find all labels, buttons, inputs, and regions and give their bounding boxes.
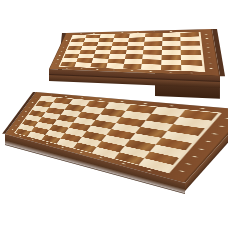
coordinate-dot: [25, 111, 27, 112]
coordinate-dot: [32, 139, 34, 140]
coordinate-dot: [192, 156, 198, 158]
coordinate-dot: [200, 108, 206, 109]
coordinate-dot: [120, 101, 124, 102]
coordinate-dot: [59, 55, 61, 56]
coordinate-dot: [107, 33, 109, 34]
coordinate-dot: [207, 52, 210, 53]
back-board-face: [49, 29, 220, 76]
coordinate-dot: [64, 44, 66, 45]
coordinate-dot: [205, 38, 208, 39]
coordinate-dot: [169, 72, 172, 73]
coordinate-dot: [179, 170, 185, 172]
coordinate-dot: [121, 32, 123, 33]
coordinate-dot: [35, 98, 37, 99]
coordinate-dot: [28, 107, 30, 108]
coordinate-dot: [80, 68, 82, 69]
coordinate-dot: [81, 97, 84, 98]
coordinate-dot: [57, 59, 59, 60]
coordinate-dot: [32, 102, 34, 103]
coordinate-dot: [93, 33, 95, 34]
coordinate-dot: [149, 71, 152, 72]
coordinate-dot: [209, 68, 212, 69]
coordinate-dot: [62, 147, 65, 148]
coordinate-dot: [64, 96, 67, 97]
coordinate-dot: [212, 133, 218, 135]
coordinate-dot: [208, 57, 211, 58]
coordinate-dot: [62, 48, 64, 49]
coordinate-dot: [99, 99, 102, 100]
coordinate-dot: [80, 33, 82, 34]
coordinate-dot: [190, 73, 193, 74]
coordinate-dot: [207, 47, 210, 48]
coordinate-dot: [205, 141, 211, 143]
coordinate-dot: [170, 105, 175, 106]
back-board-coordinate-dots: [49, 29, 220, 76]
coordinate-dot: [206, 43, 209, 44]
coordinate-dot: [205, 34, 208, 35]
coordinate-dot: [122, 163, 126, 165]
coordinate-dot: [12, 129, 14, 130]
coordinate-dot: [130, 70, 133, 71]
coordinate-dot: [15, 125, 17, 126]
coordinate-dot: [153, 32, 155, 33]
coordinate-dot: [66, 40, 68, 41]
coordinate-dot: [199, 148, 205, 150]
coordinate-dot: [55, 64, 57, 65]
product-photo-scene: [0, 0, 228, 228]
coordinate-dot: [209, 63, 212, 64]
coordinate-dot: [170, 31, 172, 32]
coordinate-dot: [188, 31, 191, 32]
coordinate-dot: [50, 95, 53, 96]
coordinate-dot: [18, 120, 20, 121]
coordinate-dot: [67, 37, 69, 38]
coordinate-dot: [143, 103, 147, 104]
coordinate-dot: [219, 125, 225, 127]
coordinate-dot: [46, 143, 49, 144]
coordinate-dot: [186, 163, 192, 165]
coordinate-dot: [19, 136, 21, 137]
coordinate-dot: [60, 51, 62, 52]
coordinate-dot: [99, 157, 103, 159]
coordinate-dot: [148, 170, 153, 172]
coordinate-dot: [113, 70, 116, 71]
coordinate-dot: [65, 68, 67, 69]
coordinate-dot: [96, 69, 98, 70]
coordinate-dot: [79, 152, 82, 154]
coordinate-dot: [21, 116, 23, 117]
coordinate-dot: [225, 118, 228, 120]
coordinate-dot: [137, 32, 139, 33]
